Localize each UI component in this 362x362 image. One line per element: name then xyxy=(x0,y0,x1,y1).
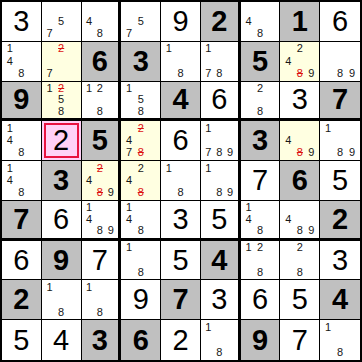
candidate-1: 1 xyxy=(123,202,135,214)
pencil-marks: 28 xyxy=(282,242,317,279)
candidate-8: 8 xyxy=(334,67,346,79)
candidate-4: 4 xyxy=(282,135,294,147)
cell-r7c1[interactable]: 6 xyxy=(2,241,42,281)
cell-r7c9[interactable]: 3 xyxy=(320,241,360,281)
cell-r6c5[interactable]: 3 xyxy=(161,201,201,241)
cell-digit: 2 xyxy=(172,326,188,355)
cell-r9c3[interactable]: 3 xyxy=(82,320,122,360)
cell-digit: 4 xyxy=(211,246,227,275)
cell-digit: 3 xyxy=(13,7,29,36)
cell-digit: 3 xyxy=(211,285,227,314)
cell-digit: 3 xyxy=(92,326,108,355)
cell-digit: 2 xyxy=(53,126,69,155)
candidate-8: 8 xyxy=(294,147,306,159)
cell-r4c1[interactable]: 148 xyxy=(2,121,42,161)
candidate-4: 4 xyxy=(4,135,16,147)
pencil-marks: 89 xyxy=(322,43,358,80)
candidate-2: 2 xyxy=(294,242,306,254)
cell-r5c2[interactable]: 3 xyxy=(42,161,82,201)
cell-digit: 5 xyxy=(92,126,108,155)
pencil-marks: 148 xyxy=(4,43,39,80)
cell-digit: 7 xyxy=(172,285,188,314)
candidate-4: 4 xyxy=(123,174,135,186)
cell-r6c1[interactable]: 7 xyxy=(2,201,42,241)
candidate-7: 7 xyxy=(44,67,56,79)
candidate-9: 9 xyxy=(306,147,318,159)
candidate-8: 8 xyxy=(254,106,266,118)
candidate-8: 8 xyxy=(94,28,105,40)
pencil-marks: 28 xyxy=(243,83,278,118)
candidate-2: 2 xyxy=(94,162,105,174)
candidate-8: 8 xyxy=(294,67,306,79)
cell-digit: 4 xyxy=(172,85,188,114)
cell-r1c8[interactable]: 1 xyxy=(280,2,320,42)
candidate-9: 9 xyxy=(225,147,236,159)
pencil-marks: 1258 xyxy=(44,83,79,118)
candidate-8: 8 xyxy=(175,67,187,79)
cell-r7c3[interactable]: 7 xyxy=(82,241,122,281)
cell-r1c5[interactable]: 9 xyxy=(161,2,201,42)
cell-r5c7[interactable]: 7 xyxy=(241,161,281,201)
candidate-1: 1 xyxy=(322,122,334,134)
candidate-4: 4 xyxy=(4,174,16,186)
cell-r2c8[interactable]: 2489 xyxy=(280,42,320,82)
candidate-2: 2 xyxy=(94,83,105,95)
candidate-9: 9 xyxy=(105,187,116,199)
candidate-1: 1 xyxy=(163,162,175,174)
candidate-2: 2 xyxy=(294,43,306,55)
pencil-marks: 18 xyxy=(163,43,198,80)
cell-r4c9[interactable]: 189 xyxy=(320,121,360,161)
candidate-8: 8 xyxy=(294,225,306,237)
cell-r8c7[interactable]: 6 xyxy=(241,280,281,320)
pencil-marks: 18 xyxy=(322,321,358,359)
cell-digit: 7 xyxy=(252,166,268,195)
candidate-1: 1 xyxy=(243,202,255,214)
cell-digit: 6 xyxy=(172,126,188,155)
cell-r1c7[interactable]: 48 xyxy=(241,2,281,42)
pencil-marks: 128 xyxy=(243,242,278,279)
pencil-marks: 189 xyxy=(203,162,236,199)
cell-r4c8[interactable]: 489 xyxy=(280,121,320,161)
candidate-2: 2 xyxy=(55,83,67,95)
cell-r3c6[interactable]: 6 xyxy=(201,82,241,122)
pencil-marks: 48 xyxy=(243,3,278,40)
cell-digit: 4 xyxy=(332,285,348,314)
candidate-7: 7 xyxy=(44,28,56,40)
cell-r6c6[interactable]: 5 xyxy=(201,201,241,241)
candidate-1: 1 xyxy=(322,321,334,334)
cell-r7c2[interactable]: 9 xyxy=(42,241,82,281)
candidate-1: 1 xyxy=(123,83,135,95)
cell-digit: 2 xyxy=(13,285,29,314)
candidate-8: 8 xyxy=(214,67,225,79)
pencil-marks: 2478 xyxy=(123,122,158,159)
cell-digit: 3 xyxy=(292,85,308,114)
cell-r5c6[interactable]: 189 xyxy=(201,161,241,201)
candidate-4: 4 xyxy=(84,174,95,186)
pencil-marks: 248 xyxy=(123,162,158,199)
cell-r8c8[interactable]: 5 xyxy=(280,280,320,320)
cell-r9c2[interactable]: 4 xyxy=(42,320,82,360)
candidate-4: 4 xyxy=(123,135,135,147)
candidate-4: 4 xyxy=(123,213,135,225)
cell-r8c4[interactable]: 9 xyxy=(121,280,161,320)
candidate-1: 1 xyxy=(84,281,95,293)
pencil-marks: 148 xyxy=(123,202,158,237)
cell-r2c6[interactable]: 178 xyxy=(201,42,241,82)
pencil-marks: 57 xyxy=(44,3,79,40)
cell-digit: 2 xyxy=(211,7,227,36)
candidate-1: 1 xyxy=(44,281,56,293)
candidate-8: 8 xyxy=(135,147,147,159)
cell-digit: 9 xyxy=(133,285,149,314)
cell-digit: 9 xyxy=(252,326,268,355)
candidate-8: 8 xyxy=(254,266,266,278)
candidate-2: 2 xyxy=(55,43,67,55)
candidate-2: 2 xyxy=(135,122,147,134)
candidate-4: 4 xyxy=(243,15,255,27)
candidate-8: 8 xyxy=(175,187,187,199)
candidate-4: 4 xyxy=(282,55,294,67)
candidate-4: 4 xyxy=(4,55,16,67)
cell-r5c3[interactable]: 2489 xyxy=(82,161,122,201)
pencil-marks: 148 xyxy=(243,202,278,237)
cell-r1c3[interactable]: 48 xyxy=(82,2,122,42)
cell-r5c9[interactable]: 5 xyxy=(320,161,360,201)
candidate-5: 5 xyxy=(55,94,67,106)
candidate-8: 8 xyxy=(55,106,67,118)
cell-r4c4[interactable]: 2478 xyxy=(121,121,161,161)
candidate-2: 2 xyxy=(254,83,266,95)
pencil-marks: 57 xyxy=(123,3,158,40)
cell-digit: 6 xyxy=(211,85,227,114)
candidate-8: 8 xyxy=(135,106,147,118)
cell-digit: 6 xyxy=(252,285,268,314)
cell-r4c2[interactable]: 2 xyxy=(42,121,82,161)
cell-digit: 6 xyxy=(92,47,108,76)
pencil-marks: 1789 xyxy=(203,122,236,159)
cell-r9c5[interactable]: 2 xyxy=(161,320,201,360)
candidate-8: 8 xyxy=(135,187,147,199)
pencil-marks: 158 xyxy=(123,83,158,118)
cell-r2c9[interactable]: 89 xyxy=(320,42,360,82)
cell-r9c8[interactable]: 7 xyxy=(280,320,320,360)
candidate-1: 1 xyxy=(203,321,214,334)
candidate-1: 1 xyxy=(203,162,214,174)
cell-r7c5[interactable]: 5 xyxy=(161,241,201,281)
candidate-1: 1 xyxy=(123,242,135,254)
candidate-8: 8 xyxy=(16,187,28,199)
cell-digit: 5 xyxy=(292,285,308,314)
cell-r8c1[interactable]: 2 xyxy=(2,280,42,320)
cell-r6c7[interactable]: 148 xyxy=(241,201,281,241)
cell-r5c4[interactable]: 248 xyxy=(121,161,161,201)
cell-digit: 1 xyxy=(292,7,308,36)
pencil-marks: 18 xyxy=(123,242,158,279)
pencil-marks: 148 xyxy=(4,122,39,159)
pencil-marks: 18 xyxy=(44,281,79,318)
pencil-marks: 48 xyxy=(84,3,117,40)
cell-digit: 3 xyxy=(172,205,188,234)
pencil-marks: 128 xyxy=(84,83,117,118)
cell-digit: 3 xyxy=(252,126,268,155)
cell-digit: 6 xyxy=(13,246,29,275)
cell-r8c3[interactable]: 18 xyxy=(82,280,122,320)
candidate-8: 8 xyxy=(214,346,225,359)
cell-r4c7[interactable]: 3 xyxy=(241,121,281,161)
cell-digit: 5 xyxy=(13,326,29,355)
cell-r4c6[interactable]: 1789 xyxy=(201,121,241,161)
cell-digit: 6 xyxy=(53,205,69,234)
cell-r9c4[interactable]: 6 xyxy=(121,320,161,360)
candidate-1: 1 xyxy=(84,83,95,95)
cell-digit: 7 xyxy=(13,205,29,234)
cell-r7c6[interactable]: 4 xyxy=(201,241,241,281)
pencil-marks: 18 xyxy=(203,321,236,359)
cell-r2c2[interactable]: 27 xyxy=(42,42,82,82)
cell-r6c2[interactable]: 6 xyxy=(42,201,82,241)
cell-r2c4[interactable]: 3 xyxy=(121,42,161,82)
cell-digit: 9 xyxy=(172,7,188,36)
candidate-8: 8 xyxy=(94,306,105,318)
cell-r1c9[interactable]: 6 xyxy=(320,2,360,42)
candidate-9: 9 xyxy=(306,225,318,237)
candidate-1: 1 xyxy=(4,162,16,174)
cell-r2c7[interactable]: 5 xyxy=(241,42,281,82)
cell-r3c1[interactable]: 9 xyxy=(2,82,42,122)
cell-r9c6[interactable]: 18 xyxy=(201,320,241,360)
pencil-marks: 148 xyxy=(4,162,39,199)
cell-r3c2[interactable]: 1258 xyxy=(42,82,82,122)
cell-r5c8[interactable]: 6 xyxy=(280,161,320,201)
candidate-8: 8 xyxy=(214,187,225,199)
candidate-1: 1 xyxy=(203,122,214,134)
cell-digit: 5 xyxy=(211,205,227,234)
cell-digit: 6 xyxy=(292,166,308,195)
candidate-8: 8 xyxy=(16,67,28,79)
pencil-marks: 1489 xyxy=(84,202,117,237)
candidate-9: 9 xyxy=(346,147,358,159)
cell-digit: 3 xyxy=(53,166,69,195)
candidate-9: 9 xyxy=(225,187,236,199)
candidate-8: 8 xyxy=(135,266,147,278)
cell-r8c9[interactable]: 4 xyxy=(320,280,360,320)
candidate-2: 2 xyxy=(135,162,147,174)
candidate-9: 9 xyxy=(105,225,116,237)
candidate-8: 8 xyxy=(254,225,266,237)
cell-digit: 9 xyxy=(13,85,29,114)
candidate-5: 5 xyxy=(135,94,147,106)
cell-digit: 3 xyxy=(133,47,149,76)
candidate-7: 7 xyxy=(123,28,135,40)
cell-r2c1[interactable]: 148 xyxy=(2,42,42,82)
cell-digit: 6 xyxy=(332,7,348,36)
cell-r3c3[interactable]: 128 xyxy=(82,82,122,122)
cell-r2c3[interactable]: 6 xyxy=(82,42,122,82)
pencil-marks: 2489 xyxy=(282,43,317,80)
candidate-1: 1 xyxy=(4,122,16,134)
pencil-marks: 489 xyxy=(282,122,317,159)
candidate-7: 7 xyxy=(123,147,135,159)
cell-r3c4[interactable]: 158 xyxy=(121,82,161,122)
cell-digit: 7 xyxy=(292,326,308,355)
cell-r1c2[interactable]: 57 xyxy=(42,2,82,42)
candidate-9: 9 xyxy=(306,67,318,79)
candidate-5: 5 xyxy=(135,15,147,27)
cell-r7c4[interactable]: 18 xyxy=(121,241,161,281)
candidate-1: 1 xyxy=(44,83,56,95)
cell-r7c7[interactable]: 128 xyxy=(241,241,281,281)
candidate-8: 8 xyxy=(135,225,147,237)
candidate-1: 1 xyxy=(4,43,16,55)
cell-r3c7[interactable]: 28 xyxy=(241,82,281,122)
candidate-5: 5 xyxy=(55,15,67,27)
cell-digit: 3 xyxy=(332,246,348,275)
cell-r6c3[interactable]: 1489 xyxy=(82,201,122,241)
candidate-8: 8 xyxy=(55,306,67,318)
cell-r7c8[interactable]: 28 xyxy=(280,241,320,281)
cell-r2c5[interactable]: 18 xyxy=(161,42,201,82)
cell-digit: 7 xyxy=(92,246,108,275)
sudoku-board: 3574857924816148276318178524898991258128… xyxy=(0,0,362,362)
pencil-marks: 178 xyxy=(203,43,236,80)
cell-digit: 5 xyxy=(332,166,348,195)
cell-digit: 4 xyxy=(53,326,69,355)
candidate-7: 7 xyxy=(203,147,214,159)
cell-r3c5[interactable]: 4 xyxy=(161,82,201,122)
candidate-1: 1 xyxy=(163,43,175,55)
cell-r9c1[interactable]: 5 xyxy=(2,320,42,360)
pencil-marks: 189 xyxy=(322,122,358,159)
cell-digit: 6 xyxy=(133,326,149,355)
candidate-8: 8 xyxy=(16,147,28,159)
cell-r1c4[interactable]: 57 xyxy=(121,2,161,42)
cell-r9c7[interactable]: 9 xyxy=(241,320,281,360)
candidate-4: 4 xyxy=(84,213,95,225)
candidate-8: 8 xyxy=(214,147,225,159)
pencil-marks: 2489 xyxy=(84,162,117,199)
candidate-4: 4 xyxy=(84,15,95,27)
cell-digit: 5 xyxy=(252,47,268,76)
cell-r4c3[interactable]: 5 xyxy=(82,121,122,161)
cell-r3c9[interactable]: 7 xyxy=(320,82,360,122)
pencil-marks: 18 xyxy=(163,162,198,199)
candidate-8: 8 xyxy=(94,187,105,199)
candidate-1: 1 xyxy=(243,242,255,254)
cell-r4c5[interactable]: 6 xyxy=(161,121,201,161)
candidate-9: 9 xyxy=(346,67,358,79)
cell-r5c5[interactable]: 18 xyxy=(161,161,201,201)
cell-r1c6[interactable]: 2 xyxy=(201,2,241,42)
candidate-4: 4 xyxy=(243,213,255,225)
candidate-8: 8 xyxy=(254,28,266,40)
cell-r6c9[interactable]: 2 xyxy=(320,201,360,241)
cell-r5c1[interactable]: 148 xyxy=(2,161,42,201)
cell-r6c4[interactable]: 148 xyxy=(121,201,161,241)
candidate-1: 1 xyxy=(84,202,95,214)
pencil-marks: 489 xyxy=(282,202,317,237)
candidate-7: 7 xyxy=(203,67,214,79)
cell-digit: 7 xyxy=(332,85,348,114)
candidate-8: 8 xyxy=(294,266,306,278)
pencil-marks: 27 xyxy=(44,43,79,80)
candidate-1: 1 xyxy=(203,43,214,55)
candidate-8: 8 xyxy=(334,147,346,159)
candidate-4: 4 xyxy=(282,213,294,225)
cell-r9c9[interactable]: 18 xyxy=(320,320,360,360)
cell-r1c1[interactable]: 3 xyxy=(2,2,42,42)
cell-r6c8[interactable]: 489 xyxy=(280,201,320,241)
cell-r8c6[interactable]: 3 xyxy=(201,280,241,320)
candidate-8: 8 xyxy=(94,106,105,118)
candidate-8: 8 xyxy=(94,225,105,237)
cell-digit: 5 xyxy=(172,246,188,275)
cell-r8c2[interactable]: 18 xyxy=(42,280,82,320)
candidate-8: 8 xyxy=(334,346,346,359)
candidate-2: 2 xyxy=(254,242,266,254)
cell-digit: 2 xyxy=(332,205,348,234)
cell-digit: 9 xyxy=(53,246,69,275)
cell-r3c8[interactable]: 3 xyxy=(280,82,320,122)
cell-r8c5[interactable]: 7 xyxy=(161,280,201,320)
pencil-marks: 18 xyxy=(84,281,117,318)
